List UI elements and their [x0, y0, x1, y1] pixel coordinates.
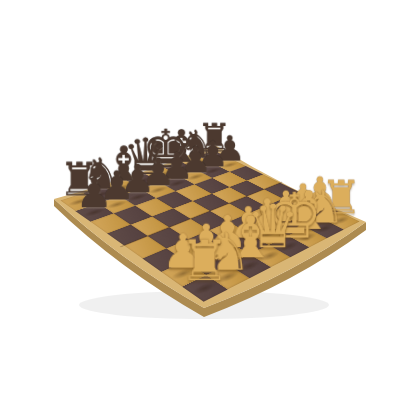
piece-black-pawn[interactable]: ♟ — [73, 173, 116, 212]
piece-white-rook[interactable]: ♜ — [179, 235, 230, 288]
photo-canvas: ♜♞♝♛♚♝♞♜♟♟♟♟♟♟♟♟♟♟♟♟♟♟♟♟♜♞♝♛♚♝♞♜ — [0, 0, 400, 400]
